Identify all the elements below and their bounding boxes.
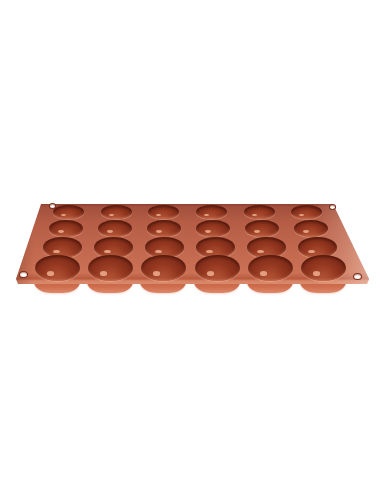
- mold-cavity: [98, 220, 132, 237]
- mold-cavity: [148, 205, 179, 219]
- mold-cavity: [101, 205, 132, 219]
- mold-cavity: [49, 220, 83, 237]
- mold-cavity: [301, 255, 346, 281]
- highlight-speck: [308, 250, 315, 254]
- highlight-speck: [257, 250, 264, 254]
- highlight-speck: [205, 230, 211, 233]
- product-photo: [0, 0, 381, 492]
- highlight-speck: [303, 230, 309, 233]
- highlight-speck: [47, 271, 55, 275]
- mold-cavity: [35, 255, 80, 281]
- mold-cavity: [245, 220, 279, 237]
- hanging-hole: [20, 272, 27, 277]
- highlight-speck: [252, 214, 257, 216]
- mold-cavity: [141, 255, 186, 281]
- highlight-speck: [109, 214, 114, 216]
- highlight-speck: [61, 214, 66, 216]
- mold-cavity: [53, 205, 84, 219]
- hanging-hole: [354, 274, 361, 279]
- mold-cavity: [248, 255, 293, 281]
- mold-cavity: [88, 255, 133, 281]
- hanging-hole: [330, 205, 335, 209]
- mold-cavity: [195, 255, 240, 281]
- mold-cavity: [291, 205, 322, 219]
- highlight-speck: [104, 250, 111, 254]
- highlight-speck: [100, 271, 108, 275]
- mold-cavity: [298, 237, 337, 258]
- mold-cavity: [147, 220, 181, 237]
- highlight-speck: [260, 271, 268, 275]
- highlight-speck: [313, 271, 321, 275]
- highlight-speck: [156, 214, 161, 216]
- highlight-speck: [206, 250, 213, 254]
- mold-cavity: [294, 220, 328, 237]
- highlight-speck: [204, 214, 209, 216]
- mold-cavity: [196, 220, 230, 237]
- highlight-speck: [299, 214, 304, 216]
- mold-cavity: [196, 205, 227, 219]
- highlight-speck: [207, 271, 215, 275]
- highlight-speck: [254, 230, 260, 233]
- highlight-speck: [155, 250, 162, 254]
- mold-cavity: [244, 205, 275, 219]
- highlight-speck: [107, 230, 113, 233]
- highlight-speck: [156, 230, 162, 233]
- highlight-speck: [53, 250, 60, 254]
- hanging-hole: [50, 204, 55, 208]
- highlight-speck: [58, 230, 64, 233]
- highlight-speck: [153, 271, 161, 275]
